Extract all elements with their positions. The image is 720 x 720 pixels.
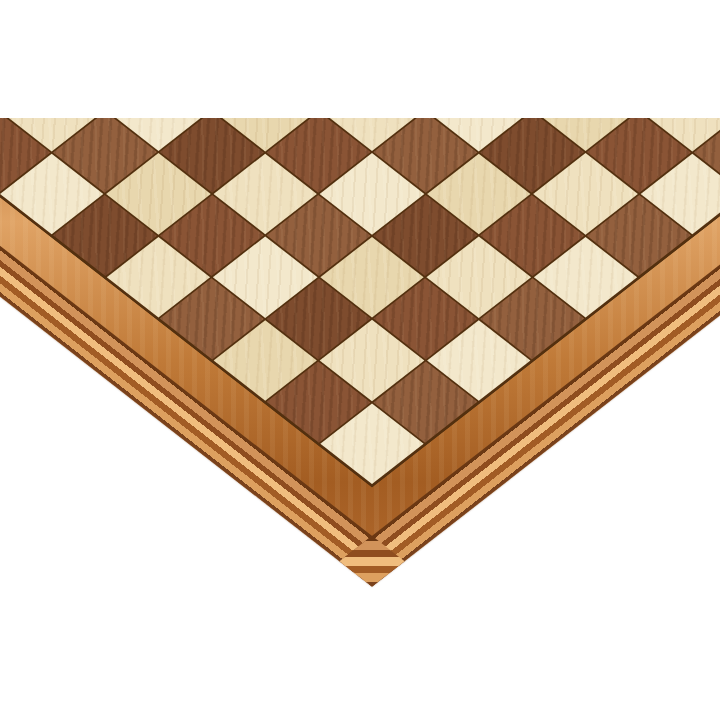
board-surface [0, 118, 720, 487]
photo-region [0, 118, 720, 720]
white-background [0, 0, 720, 720]
chessboard [0, 118, 720, 587]
board-frame [0, 118, 720, 587]
